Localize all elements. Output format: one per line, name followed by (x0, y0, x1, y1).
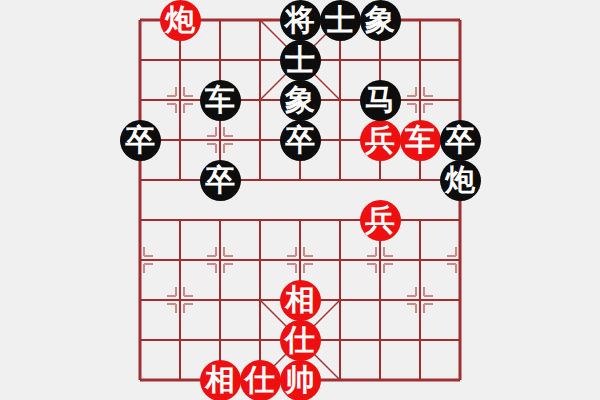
piece-black-soldier[interactable]: 卒 (120, 120, 161, 161)
piece-red-soldier[interactable]: 兵 (360, 200, 401, 241)
piece-red-soldier[interactable]: 兵 (360, 120, 401, 161)
piece-red-advisor[interactable]: 仕 (240, 360, 281, 400)
app-background: 炮兵车兵相仕相仕帅将士象士车象马卒卒卒卒炮 (0, 0, 600, 400)
piece-black-soldier[interactable]: 卒 (280, 120, 321, 161)
piece-black-soldier[interactable]: 卒 (440, 120, 481, 161)
piece-red-elephant[interactable]: 相 (280, 280, 321, 321)
piece-black-advisor[interactable]: 士 (280, 40, 321, 81)
piece-red-king[interactable]: 帅 (280, 360, 321, 400)
piece-black-horse[interactable]: 马 (360, 80, 401, 121)
piece-black-elephant[interactable]: 象 (280, 80, 321, 121)
piece-black-king[interactable]: 将 (280, 0, 321, 41)
piece-black-soldier[interactable]: 卒 (200, 160, 241, 201)
piece-black-chariot[interactable]: 车 (200, 80, 241, 121)
piece-black-cannon[interactable]: 炮 (440, 160, 481, 201)
piece-black-elephant[interactable]: 象 (360, 0, 401, 41)
piece-red-elephant[interactable]: 相 (200, 360, 241, 400)
piece-red-advisor[interactable]: 仕 (280, 320, 321, 361)
piece-red-chariot[interactable]: 车 (400, 120, 441, 161)
piece-red-cannon[interactable]: 炮 (160, 0, 201, 41)
piece-black-advisor[interactable]: 士 (320, 0, 361, 41)
